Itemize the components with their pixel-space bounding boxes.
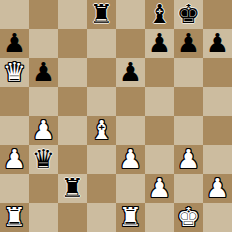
square-f3[interactable] [145,145,174,174]
piece-white-queen[interactable]: ♛ [3,58,26,87]
piece-black-pawn[interactable]: ♟ [148,29,171,58]
square-e7[interactable] [116,29,145,58]
square-h8[interactable] [203,0,232,29]
piece-black-rook[interactable]: ♜ [90,0,113,29]
square-a8[interactable] [0,0,29,29]
square-f7[interactable]: ♟ [145,29,174,58]
square-f1[interactable] [145,203,174,232]
square-d2[interactable] [87,174,116,203]
square-d4[interactable]: ♝ [87,116,116,145]
square-c5[interactable] [58,87,87,116]
square-g5[interactable] [174,87,203,116]
square-b7[interactable] [29,29,58,58]
piece-black-pawn[interactable]: ♟ [177,29,200,58]
square-c7[interactable] [58,29,87,58]
square-g7[interactable]: ♟ [174,29,203,58]
square-b6[interactable]: ♟ [29,58,58,87]
square-a6[interactable]: ♛ [0,58,29,87]
square-c4[interactable] [58,116,87,145]
square-e6[interactable]: ♟ [116,58,145,87]
square-a1[interactable]: ♜ [0,203,29,232]
square-f6[interactable] [145,58,174,87]
piece-white-rook[interactable]: ♜ [3,203,26,232]
piece-black-pawn[interactable]: ♟ [119,58,142,87]
square-e5[interactable] [116,87,145,116]
square-a7[interactable]: ♟ [0,29,29,58]
square-f2[interactable]: ♟ [145,174,174,203]
piece-black-pawn[interactable]: ♟ [206,29,229,58]
piece-black-queen[interactable]: ♛ [32,145,55,174]
square-e3[interactable]: ♟ [116,145,145,174]
square-e8[interactable] [116,0,145,29]
piece-white-pawn[interactable]: ♟ [119,145,142,174]
square-h5[interactable] [203,87,232,116]
piece-white-pawn[interactable]: ♟ [177,145,200,174]
square-g1[interactable]: ♚ [174,203,203,232]
square-h3[interactable] [203,145,232,174]
square-e1[interactable]: ♜ [116,203,145,232]
square-a3[interactable]: ♟ [0,145,29,174]
square-b8[interactable] [29,0,58,29]
piece-black-pawn[interactable]: ♟ [32,58,55,87]
square-d5[interactable] [87,87,116,116]
square-g8[interactable]: ♚ [174,0,203,29]
square-d3[interactable] [87,145,116,174]
square-g4[interactable] [174,116,203,145]
piece-white-pawn[interactable]: ♟ [32,116,55,145]
square-h2[interactable]: ♟ [203,174,232,203]
square-a5[interactable] [0,87,29,116]
square-b1[interactable] [29,203,58,232]
square-b5[interactable] [29,87,58,116]
square-a2[interactable] [0,174,29,203]
square-d6[interactable] [87,58,116,87]
square-c8[interactable] [58,0,87,29]
square-f5[interactable] [145,87,174,116]
square-h6[interactable] [203,58,232,87]
square-d8[interactable]: ♜ [87,0,116,29]
piece-black-rook[interactable]: ♜ [61,174,84,203]
square-c1[interactable] [58,203,87,232]
square-d7[interactable] [87,29,116,58]
square-f8[interactable]: ♝ [145,0,174,29]
square-h1[interactable] [203,203,232,232]
piece-black-king[interactable]: ♚ [177,0,200,29]
piece-black-bishop[interactable]: ♝ [148,0,171,29]
square-c6[interactable] [58,58,87,87]
square-b3[interactable]: ♛ [29,145,58,174]
square-g2[interactable] [174,174,203,203]
piece-black-pawn[interactable]: ♟ [3,29,26,58]
square-g6[interactable] [174,58,203,87]
square-e4[interactable] [116,116,145,145]
square-f4[interactable] [145,116,174,145]
piece-white-pawn[interactable]: ♟ [3,145,26,174]
square-e2[interactable] [116,174,145,203]
piece-white-rook[interactable]: ♜ [119,203,142,232]
square-d1[interactable] [87,203,116,232]
piece-white-bishop[interactable]: ♝ [90,116,113,145]
square-b2[interactable] [29,174,58,203]
square-h4[interactable] [203,116,232,145]
square-c2[interactable]: ♜ [58,174,87,203]
piece-white-pawn[interactable]: ♟ [148,174,171,203]
piece-white-king[interactable]: ♚ [177,203,200,232]
square-c3[interactable] [58,145,87,174]
square-h7[interactable]: ♟ [203,29,232,58]
piece-white-pawn[interactable]: ♟ [206,174,229,203]
square-a4[interactable] [0,116,29,145]
square-g3[interactable]: ♟ [174,145,203,174]
square-b4[interactable]: ♟ [29,116,58,145]
chess-board: ♜♝♚♟♟♟♟♛♟♟♟♝♟♛♟♟♜♟♟♜♜♚ [0,0,232,232]
